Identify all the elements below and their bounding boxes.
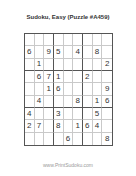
cell-r9c8	[93, 133, 103, 145]
cell-r7c6	[73, 108, 83, 120]
cell-r1c6	[73, 34, 83, 46]
cell-r5c1	[25, 83, 35, 95]
cell-r3c9: 2	[102, 59, 112, 71]
cell-r9c2	[35, 133, 45, 145]
cell-r1c4	[54, 34, 64, 46]
cell-r6c2: 4	[35, 96, 45, 108]
puzzle-title: Sudoku, Easy (Puzzle #A459)	[0, 13, 136, 21]
cell-r5c7	[83, 83, 93, 95]
cell-r2c2	[35, 46, 45, 58]
cell-r6c9: 6	[102, 96, 112, 108]
cell-r4c2: 6	[35, 71, 45, 83]
cell-r4c9	[102, 71, 112, 83]
cell-r1c5	[64, 34, 74, 46]
cell-r9c7	[83, 133, 93, 145]
cell-r8c7: 6	[83, 120, 93, 132]
cell-r9c5: 6	[64, 133, 74, 145]
cell-r5c4: 6	[54, 83, 64, 95]
cell-r9c4	[54, 133, 64, 145]
cell-r9c9: 8	[102, 133, 112, 145]
cell-r7c7	[83, 108, 93, 120]
cell-r8c4: 8	[54, 120, 64, 132]
cell-r7c8: 5	[93, 108, 103, 120]
cell-r3c7	[83, 59, 93, 71]
cell-r1c8	[93, 34, 103, 46]
cell-r5c5	[64, 83, 74, 95]
cell-r2c5	[64, 46, 74, 58]
cell-r8c3	[44, 120, 54, 132]
cell-r7c4: 3	[54, 108, 64, 120]
cell-r4c5	[64, 71, 74, 83]
cell-r7c5	[64, 108, 74, 120]
cell-r3c6	[73, 59, 83, 71]
cell-r2c6: 4	[73, 46, 83, 58]
cell-r6c4	[54, 96, 64, 108]
cell-r3c4	[54, 59, 64, 71]
cell-r5c9: 9	[102, 83, 112, 95]
cell-r6c7	[83, 96, 93, 108]
cell-r8c6: 1	[73, 120, 83, 132]
cell-r3c8	[93, 59, 103, 71]
cell-r6c1	[25, 96, 35, 108]
cell-r3c5	[64, 59, 74, 71]
cell-r4c8	[93, 71, 103, 83]
cell-r5c2	[35, 83, 45, 95]
cell-r6c3	[44, 96, 54, 108]
cell-r8c8: 4	[93, 120, 103, 132]
cell-r2c7	[83, 46, 93, 58]
cell-r4c6	[73, 71, 83, 83]
cell-r1c7	[83, 34, 93, 46]
cell-r7c1: 4	[25, 108, 35, 120]
footer-url: www.PrintSudoku.com	[0, 162, 136, 168]
cell-r5c6	[73, 83, 83, 95]
cell-r1c9	[102, 34, 112, 46]
cell-r1c1	[25, 34, 35, 46]
sudoku-grid: 69548126712169481643527816468	[24, 33, 113, 146]
cell-r6c6: 8	[73, 96, 83, 108]
cell-r9c6	[73, 133, 83, 145]
cell-r2c3: 9	[44, 46, 54, 58]
cell-r8c1: 2	[25, 120, 35, 132]
cell-r9c3	[44, 133, 54, 145]
cell-r2c9	[102, 46, 112, 58]
cell-r1c2	[35, 34, 45, 46]
cell-r8c9	[102, 120, 112, 132]
cell-r7c3	[44, 108, 54, 120]
cell-r3c2: 1	[35, 59, 45, 71]
cell-r6c8: 1	[93, 96, 103, 108]
cell-r8c5	[64, 120, 74, 132]
sudoku-page: Sudoku, Easy (Puzzle #A459) 695481267121…	[0, 0, 136, 176]
cell-r2c1: 6	[25, 46, 35, 58]
cell-r3c3	[44, 59, 54, 71]
cell-r9c1	[25, 133, 35, 145]
cell-r4c3: 7	[44, 71, 54, 83]
cell-r7c9	[102, 108, 112, 120]
cell-r2c4: 5	[54, 46, 64, 58]
cell-r3c1	[25, 59, 35, 71]
cell-r5c8	[93, 83, 103, 95]
cell-r4c1	[25, 71, 35, 83]
cell-r7c2	[35, 108, 45, 120]
cell-r8c2: 7	[35, 120, 45, 132]
cell-r5c3: 1	[44, 83, 54, 95]
cell-r4c4: 1	[54, 71, 64, 83]
cell-r1c3	[44, 34, 54, 46]
cell-r4c7: 2	[83, 71, 93, 83]
cell-r6c5	[64, 96, 74, 108]
cell-r2c8: 8	[93, 46, 103, 58]
